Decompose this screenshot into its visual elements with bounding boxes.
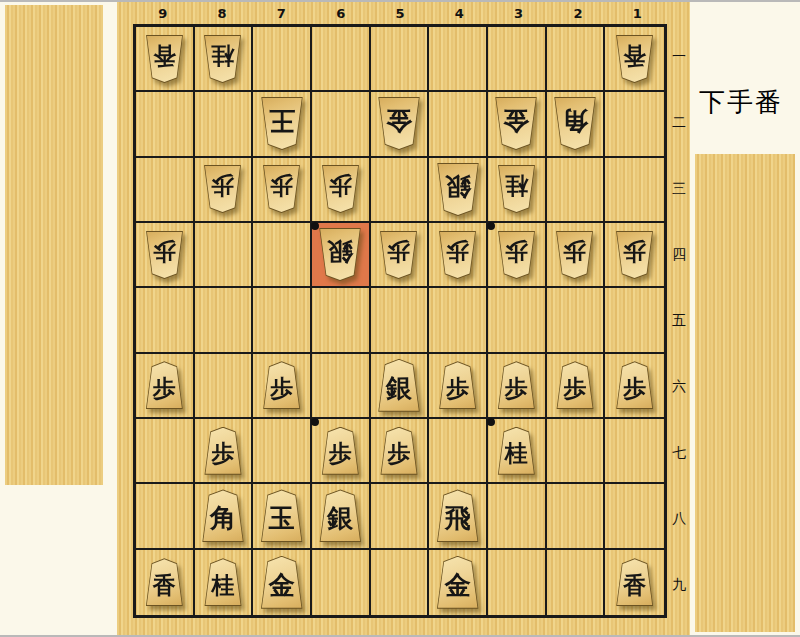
piece-body: 歩 (554, 361, 595, 409)
file-label-2: 2 (548, 6, 607, 22)
piece-outline: 歩 (437, 361, 478, 409)
square-46[interactable]: 歩 (429, 354, 488, 419)
square-96[interactable]: 歩 (136, 354, 195, 419)
file-label-3: 3 (489, 6, 548, 22)
square-97[interactable] (136, 419, 195, 484)
piece-body: 歩 (437, 361, 478, 409)
piece-body: 桂 (202, 35, 243, 83)
piece-outline: 歩 (144, 361, 185, 409)
piece-lance-gote[interactable]: 香 (144, 35, 185, 83)
piece-outline: 歩 (614, 231, 655, 279)
square-44[interactable]: 歩 (429, 223, 488, 288)
piece-kanji: 香 (145, 559, 184, 605)
piece-body: 歩 (320, 427, 361, 475)
piece-kanji: 歩 (615, 362, 654, 408)
rank-label-5: 五 (669, 288, 689, 354)
piece-pawn-sente[interactable]: 歩 (261, 361, 302, 409)
square-77[interactable] (253, 419, 312, 484)
square-19[interactable]: 香 (605, 550, 664, 615)
piece-kanji: 歩 (262, 166, 301, 212)
piece-knight-gote[interactable]: 桂 (202, 35, 243, 83)
rank-label-2: 二 (669, 90, 689, 156)
square-57[interactable]: 歩 (371, 419, 430, 484)
square-29[interactable] (547, 550, 606, 615)
square-94[interactable]: 歩 (136, 223, 195, 288)
piece-bishop-sente[interactable]: 角 (200, 489, 246, 542)
piece-body: 香 (144, 558, 185, 606)
square-14[interactable]: 歩 (605, 223, 664, 288)
piece-outline: 金 (259, 556, 305, 609)
piece-pawn-sente[interactable]: 歩 (320, 427, 361, 475)
piece-outline: 金 (376, 97, 422, 150)
square-84[interactable] (195, 223, 254, 288)
square-38[interactable] (488, 484, 547, 549)
square-45[interactable] (429, 288, 488, 353)
piece-kanji: 飛 (436, 490, 480, 541)
square-24[interactable]: 歩 (547, 223, 606, 288)
piece-kanji: 金 (494, 98, 538, 149)
piece-kanji: 桂 (203, 36, 242, 82)
square-31[interactable] (488, 27, 547, 92)
square-15[interactable] (605, 288, 664, 353)
piece-kanji: 歩 (262, 362, 301, 408)
piece-kanji: 銀 (377, 360, 421, 411)
square-64[interactable]: 銀 (312, 223, 371, 288)
piece-outline: 歩 (437, 231, 478, 279)
square-13[interactable] (605, 158, 664, 223)
piece-kanji: 歩 (145, 362, 184, 408)
file-label-4: 4 (430, 6, 489, 22)
piece-pawn-gote[interactable]: 歩 (437, 231, 478, 279)
piece-outline: 玉 (259, 489, 305, 542)
piece-outline: 角 (552, 97, 598, 150)
square-47[interactable] (429, 419, 488, 484)
rank-label-3: 三 (669, 156, 689, 222)
piece-pawn-sente[interactable]: 歩 (614, 361, 655, 409)
piece-body: 桂 (496, 165, 537, 213)
piece-outline: 桂 (202, 558, 243, 606)
piece-outline: 桂 (202, 35, 243, 83)
piece-outline: 桂 (496, 427, 537, 475)
piece-outline: 歩 (261, 165, 302, 213)
piece-outline: 銀 (317, 489, 363, 542)
piece-body: 香 (614, 35, 655, 83)
hoshi-dot (487, 222, 495, 230)
square-71[interactable] (253, 27, 312, 92)
piece-kanji: 歩 (379, 232, 418, 278)
piece-outline: 金 (493, 97, 539, 150)
piece-outline: 歩 (554, 361, 595, 409)
piece-body: 歩 (202, 427, 243, 475)
piece-kanji: 歩 (615, 232, 654, 278)
piece-bishop-gote[interactable]: 角 (552, 97, 598, 150)
piece-gold-gote[interactable]: 金 (493, 97, 539, 150)
square-28[interactable] (547, 484, 606, 549)
square-78[interactable]: 玉 (253, 484, 312, 549)
square-58[interactable] (371, 484, 430, 549)
piece-body: 香 (144, 35, 185, 83)
square-87[interactable]: 歩 (195, 419, 254, 484)
piece-kanji: 金 (436, 557, 480, 608)
square-68[interactable]: 銀 (312, 484, 371, 549)
piece-body: 香 (614, 558, 655, 606)
piece-pawn-gote[interactable]: 歩 (320, 165, 361, 213)
file-label-6: 6 (311, 6, 370, 22)
square-83[interactable]: 歩 (195, 158, 254, 223)
square-62[interactable] (312, 92, 371, 157)
piece-outline: 王 (259, 97, 305, 150)
rank-label-4: 四 (669, 222, 689, 288)
piece-kanji: 角 (201, 490, 245, 541)
piece-kanji: 歩 (438, 362, 477, 408)
square-27[interactable] (547, 419, 606, 484)
piece-body: 歩 (144, 231, 185, 279)
uwate-komadai (5, 5, 103, 485)
piece-outline: 歩 (202, 165, 243, 213)
square-18[interactable] (605, 484, 664, 549)
square-79[interactable]: 金 (253, 550, 312, 615)
piece-kanji: 歩 (497, 362, 536, 408)
square-37[interactable]: 桂 (488, 419, 547, 484)
piece-body: 銀 (376, 359, 422, 412)
rank-label-7: 七 (669, 420, 689, 486)
square-41[interactable] (429, 27, 488, 92)
piece-outline: 金 (435, 556, 481, 609)
square-21[interactable] (547, 27, 606, 92)
piece-body: 桂 (496, 427, 537, 475)
piece-kanji: 桂 (497, 166, 536, 212)
square-34[interactable]: 歩 (488, 223, 547, 288)
square-85[interactable] (195, 288, 254, 353)
piece-body: 桂 (202, 558, 243, 606)
piece-body: 歩 (261, 165, 302, 213)
piece-outline: 香 (614, 35, 655, 83)
piece-body: 玉 (259, 489, 305, 542)
square-43[interactable]: 銀 (429, 158, 488, 223)
piece-gold-sente[interactable]: 金 (259, 556, 305, 609)
square-11[interactable]: 香 (605, 27, 664, 92)
square-26[interactable]: 歩 (547, 354, 606, 419)
piece-body: 歩 (496, 361, 537, 409)
piece-outline: 銀 (317, 228, 363, 281)
rank-label-1: 一 (669, 24, 689, 90)
piece-body: 歩 (554, 231, 595, 279)
square-89[interactable]: 桂 (195, 550, 254, 615)
square-99[interactable]: 香 (136, 550, 195, 615)
square-76[interactable]: 歩 (253, 354, 312, 419)
piece-outline: 飛 (435, 489, 481, 542)
piece-silver-gote[interactable]: 銀 (317, 228, 363, 281)
rank-label-6: 六 (669, 354, 689, 420)
piece-silver-sente[interactable]: 銀 (317, 489, 363, 542)
piece-outline: 歩 (378, 231, 419, 279)
piece-knight-sente[interactable]: 桂 (496, 427, 537, 475)
piece-body: 歩 (614, 231, 655, 279)
piece-pawn-sente[interactable]: 歩 (378, 427, 419, 475)
piece-kanji: 香 (145, 36, 184, 82)
square-53[interactable] (371, 158, 430, 223)
square-72[interactable]: 王 (253, 92, 312, 157)
piece-outline: 歩 (496, 231, 537, 279)
square-81[interactable]: 桂 (195, 27, 254, 92)
piece-body: 歩 (437, 231, 478, 279)
shitate-komadai (695, 154, 795, 632)
piece-outline: 角 (200, 489, 246, 542)
square-59[interactable] (371, 550, 430, 615)
square-36[interactable]: 歩 (488, 354, 547, 419)
piece-body: 歩 (496, 231, 537, 279)
shogi-board: 香桂香王金金角歩歩歩銀桂歩銀歩歩歩歩歩歩歩銀歩歩歩歩歩歩歩桂角玉銀飛香桂金金香 (133, 24, 667, 618)
square-92[interactable] (136, 92, 195, 157)
piece-outline: 歩 (261, 361, 302, 409)
piece-outline: 歩 (554, 231, 595, 279)
piece-outline: 桂 (496, 165, 537, 213)
piece-kanji: 銀 (318, 229, 362, 280)
hoshi-dot (311, 222, 319, 230)
piece-body: 銀 (317, 489, 363, 542)
piece-king-gote[interactable]: 王 (259, 97, 305, 150)
square-25[interactable] (547, 288, 606, 353)
piece-outline: 銀 (376, 359, 422, 412)
piece-kanji: 歩 (321, 166, 360, 212)
piece-body: 歩 (261, 361, 302, 409)
piece-pawn-gote[interactable]: 歩 (144, 231, 185, 279)
piece-knight-sente[interactable]: 桂 (202, 558, 243, 606)
square-22[interactable]: 角 (547, 92, 606, 157)
square-32[interactable]: 金 (488, 92, 547, 157)
piece-body: 銀 (435, 163, 481, 216)
square-42[interactable] (429, 92, 488, 157)
square-35[interactable] (488, 288, 547, 353)
piece-body: 王 (259, 97, 305, 150)
piece-pawn-sente[interactable]: 歩 (144, 361, 185, 409)
square-39[interactable] (488, 550, 547, 615)
piece-lance-sente[interactable]: 香 (614, 558, 655, 606)
piece-outline: 歩 (320, 427, 361, 475)
piece-kanji: 王 (260, 98, 304, 149)
piece-kanji: 歩 (203, 428, 242, 474)
piece-lance-gote[interactable]: 香 (614, 35, 655, 83)
piece-body: 歩 (614, 361, 655, 409)
square-23[interactable] (547, 158, 606, 223)
square-56[interactable]: 銀 (371, 354, 430, 419)
piece-body: 金 (376, 97, 422, 150)
piece-kanji: 銀 (318, 490, 362, 541)
file-label-1: 1 (608, 6, 667, 22)
hoshi-dot (311, 418, 319, 426)
piece-gold-gote[interactable]: 金 (376, 97, 422, 150)
piece-pawn-gote[interactable]: 歩 (378, 231, 419, 279)
square-54[interactable]: 歩 (371, 223, 430, 288)
piece-body: 金 (435, 556, 481, 609)
piece-kanji: 金 (377, 98, 421, 149)
piece-pawn-gote[interactable]: 歩 (261, 165, 302, 213)
piece-kanji: 角 (553, 98, 597, 149)
piece-outline: 香 (144, 558, 185, 606)
rank-label-8: 八 (669, 486, 689, 552)
piece-pawn-sente[interactable]: 歩 (554, 361, 595, 409)
square-67[interactable]: 歩 (312, 419, 371, 484)
piece-kanji: 桂 (203, 559, 242, 605)
piece-body: 角 (552, 97, 598, 150)
piece-kanji: 歩 (555, 232, 594, 278)
piece-outline: 歩 (378, 427, 419, 475)
square-95[interactable] (136, 288, 195, 353)
piece-body: 歩 (320, 165, 361, 213)
piece-body: 歩 (378, 231, 419, 279)
square-82[interactable] (195, 92, 254, 157)
piece-silver-sente[interactable]: 銀 (376, 359, 422, 412)
piece-lance-sente[interactable]: 香 (144, 558, 185, 606)
piece-pawn-gote[interactable]: 歩 (614, 231, 655, 279)
square-91[interactable]: 香 (136, 27, 195, 92)
piece-body: 飛 (435, 489, 481, 542)
piece-kanji: 歩 (321, 428, 360, 474)
file-label-7: 7 (252, 6, 311, 22)
square-52[interactable]: 金 (371, 92, 430, 157)
piece-kanji: 歩 (438, 232, 477, 278)
square-66[interactable] (312, 354, 371, 419)
square-86[interactable] (195, 354, 254, 419)
piece-kanji: 桂 (497, 428, 536, 474)
piece-outline: 銀 (435, 163, 481, 216)
rank-labels: 一二三四五六七八九 (669, 24, 689, 618)
square-69[interactable] (312, 550, 371, 615)
square-33[interactable]: 桂 (488, 158, 547, 223)
square-49[interactable]: 金 (429, 550, 488, 615)
piece-body: 金 (259, 556, 305, 609)
square-12[interactable] (605, 92, 664, 157)
rank-label-9: 九 (669, 552, 689, 618)
piece-outline: 香 (614, 558, 655, 606)
piece-kanji: 歩 (145, 232, 184, 278)
piece-outline: 歩 (202, 427, 243, 475)
piece-pawn-sente[interactable]: 歩 (496, 361, 537, 409)
square-63[interactable]: 歩 (312, 158, 371, 223)
square-93[interactable] (136, 158, 195, 223)
piece-outline: 歩 (320, 165, 361, 213)
piece-pawn-gote[interactable]: 歩 (554, 231, 595, 279)
piece-outline: 歩 (144, 231, 185, 279)
piece-body: 角 (200, 489, 246, 542)
piece-kanji: 香 (615, 36, 654, 82)
piece-outline: 香 (144, 35, 185, 83)
square-75[interactable] (253, 288, 312, 353)
square-48[interactable]: 飛 (429, 484, 488, 549)
piece-pawn-gote[interactable]: 歩 (202, 165, 243, 213)
piece-body: 銀 (317, 228, 363, 281)
square-65[interactable] (312, 288, 371, 353)
square-74[interactable] (253, 223, 312, 288)
piece-pawn-sente[interactable]: 歩 (202, 427, 243, 475)
piece-king-sente[interactable]: 玉 (259, 489, 305, 542)
piece-kanji: 銀 (436, 164, 480, 215)
piece-body: 歩 (144, 361, 185, 409)
piece-outline: 歩 (496, 361, 537, 409)
piece-kanji: 歩 (497, 232, 536, 278)
piece-kanji: 金 (260, 557, 304, 608)
piece-gold-sente[interactable]: 金 (435, 556, 481, 609)
square-55[interactable] (371, 288, 430, 353)
turn-indicator: 下手番 (699, 85, 783, 120)
piece-kanji: 歩 (379, 428, 418, 474)
file-label-9: 9 (133, 6, 192, 22)
hoshi-dot (487, 418, 495, 426)
square-16[interactable]: 歩 (605, 354, 664, 419)
piece-kanji: 歩 (555, 362, 594, 408)
square-17[interactable] (605, 419, 664, 484)
file-label-8: 8 (192, 6, 251, 22)
piece-kanji: 香 (615, 559, 654, 605)
square-98[interactable] (136, 484, 195, 549)
square-61[interactable] (312, 27, 371, 92)
piece-pawn-gote[interactable]: 歩 (496, 231, 537, 279)
piece-body: 歩 (202, 165, 243, 213)
piece-knight-gote[interactable]: 桂 (496, 165, 537, 213)
shogi-app: { "game": "shogi", "position": { "sfen":… (0, 0, 800, 637)
piece-kanji: 玉 (260, 490, 304, 541)
square-73[interactable]: 歩 (253, 158, 312, 223)
piece-silver-gote[interactable]: 銀 (435, 163, 481, 216)
piece-pawn-sente[interactable]: 歩 (437, 361, 478, 409)
piece-body: 歩 (378, 427, 419, 475)
piece-body: 金 (493, 97, 539, 150)
piece-kanji: 歩 (203, 166, 242, 212)
file-labels: 987654321 (133, 6, 667, 22)
square-88[interactable]: 角 (195, 484, 254, 549)
piece-outline: 歩 (614, 361, 655, 409)
piece-rook-sente[interactable]: 飛 (435, 489, 481, 542)
square-51[interactable] (371, 27, 430, 92)
file-label-5: 5 (370, 6, 429, 22)
